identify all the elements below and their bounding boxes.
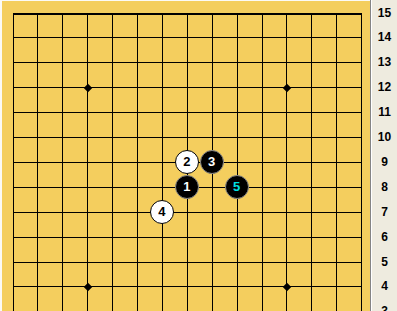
row-coordinate-label: 15 bbox=[372, 5, 397, 21]
grid-line-vertical bbox=[286, 13, 287, 311]
row-coordinate-label: 6 bbox=[372, 229, 397, 245]
row-coordinate-label: 5 bbox=[372, 254, 397, 270]
move-number: 3 bbox=[208, 155, 215, 168]
row-coordinate-label: 9 bbox=[372, 154, 397, 170]
grid-line-vertical bbox=[237, 13, 238, 311]
window-edge-left bbox=[0, 0, 2, 311]
black-stone-move-1[interactable]: 1 bbox=[175, 175, 199, 199]
row-coordinate-label: 10 bbox=[372, 129, 397, 145]
move-number: 5 bbox=[233, 180, 240, 193]
white-stone-move-4[interactable]: 4 bbox=[150, 200, 174, 224]
row-coordinate-label: 13 bbox=[372, 54, 397, 70]
white-stone-move-2[interactable]: 2 bbox=[175, 150, 199, 174]
grid-line-vertical bbox=[311, 13, 312, 311]
black-stone-move-3[interactable]: 3 bbox=[200, 150, 224, 174]
grid-line-horizontal bbox=[13, 237, 363, 238]
move-number: 4 bbox=[158, 205, 165, 218]
grid-line-vertical bbox=[262, 13, 263, 311]
row-coordinate-label: 8 bbox=[372, 179, 397, 195]
move-number: 2 bbox=[183, 155, 190, 168]
go-board-window: 12345 1514131211109876543 bbox=[0, 0, 397, 311]
row-coordinate-label: 14 bbox=[372, 29, 397, 45]
row-coordinate-label: 11 bbox=[372, 104, 397, 120]
row-coordinate-label: 12 bbox=[372, 79, 397, 95]
grid-line-vertical bbox=[336, 13, 337, 311]
grid-line-horizontal bbox=[13, 212, 363, 213]
row-coordinate-label: 7 bbox=[372, 204, 397, 220]
window-edge-top bbox=[0, 0, 370, 1]
row-coordinate-label: 3 bbox=[372, 303, 397, 311]
row-coordinate-label: 4 bbox=[372, 278, 397, 294]
move-number: 1 bbox=[183, 180, 190, 193]
grid-line-horizontal bbox=[13, 286, 363, 287]
last-move-black-stone-move-5[interactable]: 5 bbox=[225, 175, 249, 199]
grid-line-horizontal bbox=[13, 262, 363, 263]
coordinate-strip: 1514131211109876543 bbox=[372, 0, 397, 311]
grid-line-vertical bbox=[361, 13, 362, 311]
